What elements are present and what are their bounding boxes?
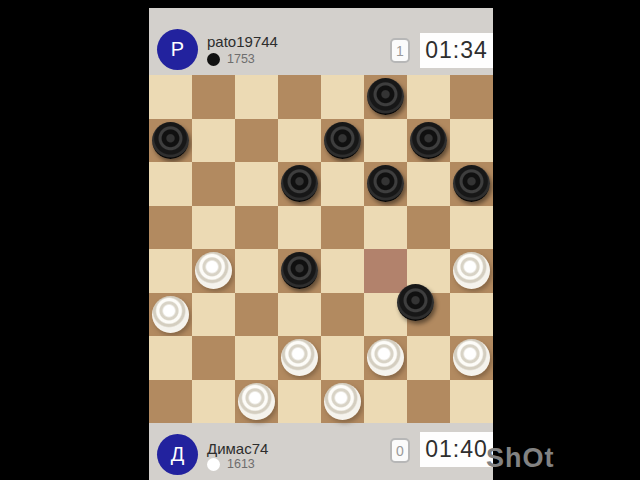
score-badge: 0 [390,438,410,463]
board-square[interactable] [321,206,364,250]
white-piece[interactable] [453,339,490,376]
board-square[interactable] [450,162,493,206]
board-square[interactable] [450,293,493,337]
board-square[interactable] [192,380,235,424]
board-square[interactable] [364,380,407,424]
board-square[interactable] [235,162,278,206]
board-square[interactable] [321,119,364,163]
board-square[interactable] [235,249,278,293]
board-square[interactable] [364,75,407,119]
board-square[interactable] [149,336,192,380]
white-piece[interactable] [281,339,318,376]
board-square[interactable] [149,293,192,337]
player-bar: Д Димас74 1613 0 01:40 [149,423,493,480]
board-square[interactable] [192,75,235,119]
score-badge: 1 [390,38,410,63]
board-square[interactable] [235,293,278,337]
board-square[interactable] [235,206,278,250]
board-square[interactable] [278,162,321,206]
board [149,75,493,423]
avatar: Д [157,434,198,475]
opponent-bar: P pato19744 1753 1 01:34 [149,8,493,75]
white-piece[interactable] [453,252,490,289]
board-square[interactable] [235,336,278,380]
board-square[interactable] [321,75,364,119]
avatar: P [157,29,198,70]
black-piece-moving[interactable] [397,284,434,321]
board-square[interactable] [364,336,407,380]
board-square[interactable] [192,293,235,337]
board-square[interactable] [149,75,192,119]
board-square[interactable] [321,336,364,380]
rating-row: 1753 [207,52,255,66]
board-square[interactable] [192,206,235,250]
board-square[interactable] [450,249,493,293]
board-square[interactable] [407,75,450,119]
board-square[interactable] [149,162,192,206]
player-rating: 1613 [227,457,255,471]
board-square[interactable] [192,249,235,293]
black-piece[interactable] [453,165,490,202]
board-square[interactable] [278,293,321,337]
black-piece[interactable] [410,122,447,159]
board-square[interactable] [364,206,407,250]
board-square[interactable] [450,336,493,380]
white-piece[interactable] [152,296,189,333]
black-piece[interactable] [324,122,361,159]
board-square[interactable] [235,380,278,424]
white-piece[interactable] [324,383,361,420]
board-square[interactable] [407,206,450,250]
letterbox-right [493,0,640,480]
board-square[interactable] [321,380,364,424]
board-square[interactable] [192,336,235,380]
board-square[interactable] [278,75,321,119]
letterbox-left [0,0,149,480]
board-square[interactable] [321,162,364,206]
board-square[interactable] [364,119,407,163]
board-square[interactable] [407,162,450,206]
board-square[interactable] [278,119,321,163]
screen-recorder-watermark: ShOt [486,443,555,474]
player-name: pato19744 [207,33,278,50]
black-piece[interactable] [281,252,318,289]
board-square[interactable] [149,206,192,250]
black-piece-icon [207,53,220,66]
board-square[interactable] [235,119,278,163]
board-square[interactable] [364,249,407,293]
white-piece[interactable] [238,383,275,420]
board-square[interactable] [450,206,493,250]
black-piece[interactable] [367,78,404,115]
white-piece[interactable] [367,339,404,376]
board-square[interactable] [149,249,192,293]
board-square[interactable] [321,293,364,337]
board-square[interactable] [407,119,450,163]
board-square[interactable] [407,336,450,380]
black-piece[interactable] [281,165,318,202]
player-name: Димас74 [207,440,268,457]
rating-row: 1613 [207,457,255,471]
black-piece[interactable] [152,122,189,159]
player-clock: 01:40 [420,432,493,467]
board-square[interactable] [321,249,364,293]
board-square[interactable] [192,162,235,206]
board-square[interactable] [450,380,493,424]
board-square[interactable] [407,380,450,424]
game-screen: P pato19744 1753 1 01:34 Д Димас74 1613 … [149,8,493,480]
white-piece-icon [207,458,220,471]
black-piece[interactable] [367,165,404,202]
white-piece[interactable] [195,252,232,289]
opponent-clock: 01:34 [420,33,493,68]
board-square[interactable] [149,119,192,163]
board-square[interactable] [278,249,321,293]
board-square[interactable] [278,380,321,424]
board-square[interactable] [192,119,235,163]
board-square[interactable] [235,75,278,119]
player-rating: 1753 [227,52,255,66]
board-square[interactable] [149,380,192,424]
board-square[interactable] [278,336,321,380]
board-square[interactable] [450,75,493,119]
board-square[interactable] [450,119,493,163]
board-square[interactable] [278,206,321,250]
board-square[interactable] [364,162,407,206]
